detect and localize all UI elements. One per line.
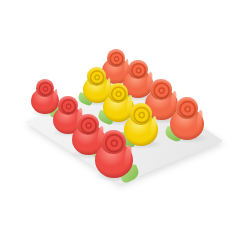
rose-red-4	[95, 140, 133, 178]
rose-bud-swirl	[130, 103, 152, 125]
roses-layer	[0, 0, 250, 250]
rose-bud-swirl	[176, 97, 198, 119]
rose-bud-swirl	[87, 67, 106, 86]
rose-bud-swirl	[128, 60, 148, 79]
rose-bud-swirl	[107, 49, 125, 67]
rose-bud-swirl	[58, 96, 78, 115]
rose-bud-swirl	[108, 83, 128, 103]
photo-scene	[0, 0, 250, 250]
rose-orange-4	[170, 106, 204, 140]
rose-bud-swirl	[150, 79, 171, 100]
rose-bud-swirl	[77, 114, 98, 135]
rose-bud-swirl	[36, 79, 54, 97]
